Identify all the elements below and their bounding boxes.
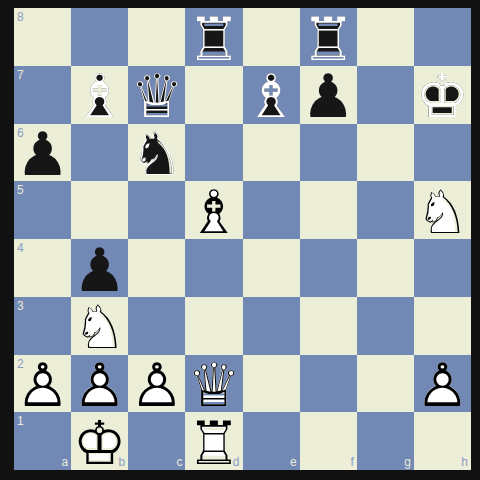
square-f5[interactable] xyxy=(300,181,357,239)
white-pawn-b2[interactable]: ♟♙ xyxy=(71,355,128,413)
piece-fill-glyph: ♟ xyxy=(16,355,70,415)
square-f7[interactable]: ♟ xyxy=(300,66,357,124)
file-label-g: g xyxy=(404,456,411,468)
rank-label-8: 8 xyxy=(17,11,24,23)
piece-fill-glyph: ♝ xyxy=(244,66,298,126)
piece-outline-glyph: ♕ xyxy=(130,66,184,126)
square-h4[interactable] xyxy=(414,239,471,297)
piece-outline-glyph: ♘ xyxy=(416,182,470,242)
white-rook-d1[interactable]: ♜♖ xyxy=(185,412,242,470)
white-king-b1[interactable]: ♚♔ xyxy=(71,412,128,470)
square-a6[interactable]: 6♟ xyxy=(14,124,71,182)
piece-fill-glyph: ♚ xyxy=(416,66,470,126)
piece-outline-glyph: ♕ xyxy=(187,355,241,415)
piece-outline-glyph: ♖ xyxy=(187,9,241,69)
square-e3[interactable] xyxy=(243,297,300,355)
rank-label-7: 7 xyxy=(17,69,24,81)
black-queen-c7[interactable]: ♛♕ xyxy=(128,66,185,124)
square-d7[interactable] xyxy=(185,66,242,124)
square-g7[interactable] xyxy=(357,66,414,124)
square-h3[interactable] xyxy=(414,297,471,355)
board-frame: 8♜♖♜♖7♝♗♛♕♝♗♟♚♔6♟♞♘5♝♗♞♘4♟3♞♘2♟♙♟♙♟♙♛♕♟♙… xyxy=(0,0,480,480)
square-d8[interactable]: ♜♖ xyxy=(185,8,242,66)
square-h8[interactable] xyxy=(414,8,471,66)
square-a1[interactable]: 1a xyxy=(14,412,71,470)
square-a3[interactable]: 3 xyxy=(14,297,71,355)
rank-label-4: 4 xyxy=(17,242,24,254)
square-h1[interactable]: h xyxy=(414,412,471,470)
piece-outline-glyph: ♗ xyxy=(187,182,241,242)
file-label-a: a xyxy=(61,456,68,468)
file-label-f: f xyxy=(350,456,353,468)
square-f6[interactable] xyxy=(300,124,357,182)
square-f2[interactable] xyxy=(300,355,357,413)
square-b2[interactable]: ♟♙ xyxy=(71,355,128,413)
square-c3[interactable] xyxy=(128,297,185,355)
square-e1[interactable]: e xyxy=(243,412,300,470)
square-d5[interactable]: ♝♗ xyxy=(185,181,242,239)
square-e4[interactable] xyxy=(243,239,300,297)
square-e2[interactable] xyxy=(243,355,300,413)
piece-fill-glyph: ♚ xyxy=(73,413,127,473)
piece-outline-glyph: ♔ xyxy=(416,66,470,126)
white-pawn-h2[interactable]: ♟♙ xyxy=(414,355,471,413)
black-pawn-a6[interactable]: ♟ xyxy=(14,124,71,182)
piece-fill-glyph: ♟ xyxy=(73,240,127,300)
square-g1[interactable]: g xyxy=(357,412,414,470)
piece-fill-glyph: ♝ xyxy=(187,182,241,242)
black-king-h7[interactable]: ♚♔ xyxy=(414,66,471,124)
piece-outline-glyph: ♖ xyxy=(187,413,241,473)
piece-fill-glyph: ♜ xyxy=(187,9,241,69)
square-b6[interactable] xyxy=(71,124,128,182)
square-a5[interactable]: 5 xyxy=(14,181,71,239)
file-label-e: e xyxy=(290,456,297,468)
file-label-h: h xyxy=(461,456,468,468)
piece-fill-glyph: ♟ xyxy=(73,355,127,415)
square-f1[interactable]: f xyxy=(300,412,357,470)
square-f4[interactable] xyxy=(300,239,357,297)
square-h7[interactable]: ♚♔ xyxy=(414,66,471,124)
square-d4[interactable] xyxy=(185,239,242,297)
square-b4[interactable]: ♟ xyxy=(71,239,128,297)
square-g6[interactable] xyxy=(357,124,414,182)
black-pawn-f7[interactable]: ♟ xyxy=(300,66,357,124)
white-knight-h5[interactable]: ♞♘ xyxy=(414,181,471,239)
square-c6[interactable]: ♞♘ xyxy=(128,124,185,182)
black-bishop-b7[interactable]: ♝♗ xyxy=(71,66,128,124)
black-pawn-b4[interactable]: ♟ xyxy=(71,239,128,297)
piece-outline-glyph: ♘ xyxy=(73,297,127,357)
square-e8[interactable] xyxy=(243,8,300,66)
square-a8[interactable]: 8 xyxy=(14,8,71,66)
white-knight-b3[interactable]: ♞♘ xyxy=(71,297,128,355)
square-a7[interactable]: 7 xyxy=(14,66,71,124)
square-g4[interactable] xyxy=(357,239,414,297)
square-c1[interactable]: c xyxy=(128,412,185,470)
piece-fill-glyph: ♛ xyxy=(187,355,241,415)
piece-fill-glyph: ♞ xyxy=(73,297,127,357)
square-f3[interactable] xyxy=(300,297,357,355)
piece-fill-glyph: ♟ xyxy=(301,66,355,126)
piece-outline-glyph: ♖ xyxy=(301,9,355,69)
rank-label-3: 3 xyxy=(17,300,24,312)
piece-fill-glyph: ♞ xyxy=(416,182,470,242)
square-g2[interactable] xyxy=(357,355,414,413)
square-a4[interactable]: 4 xyxy=(14,239,71,297)
piece-outline-glyph: ♗ xyxy=(73,66,127,126)
piece-outline-glyph: ♙ xyxy=(16,355,70,415)
file-label-c: c xyxy=(176,456,182,468)
square-g8[interactable] xyxy=(357,8,414,66)
square-d1[interactable]: d♜♖ xyxy=(185,412,242,470)
piece-outline-glyph: ♙ xyxy=(130,355,184,415)
piece-fill-glyph: ♝ xyxy=(73,66,127,126)
piece-fill-glyph: ♛ xyxy=(130,66,184,126)
square-b1[interactable]: b♚♔ xyxy=(71,412,128,470)
white-queen-d2[interactable]: ♛♕ xyxy=(185,355,242,413)
square-c5[interactable] xyxy=(128,181,185,239)
black-knight-c6[interactable]: ♞♘ xyxy=(128,124,185,182)
piece-fill-glyph: ♜ xyxy=(301,9,355,69)
square-b5[interactable] xyxy=(71,181,128,239)
square-a2[interactable]: 2♟♙ xyxy=(14,355,71,413)
square-b3[interactable]: ♞♘ xyxy=(71,297,128,355)
square-c7[interactable]: ♛♕ xyxy=(128,66,185,124)
piece-fill-glyph: ♟ xyxy=(130,355,184,415)
white-pawn-c2[interactable]: ♟♙ xyxy=(128,355,185,413)
black-rook-f8[interactable]: ♜♖ xyxy=(300,8,357,66)
square-d3[interactable] xyxy=(185,297,242,355)
black-bishop-e7[interactable]: ♝♗ xyxy=(243,66,300,124)
piece-outline-glyph: ♗ xyxy=(244,66,298,126)
white-bishop-d5[interactable]: ♝♗ xyxy=(185,181,242,239)
piece-fill-glyph: ♜ xyxy=(187,413,241,473)
square-e5[interactable] xyxy=(243,181,300,239)
square-c8[interactable] xyxy=(128,8,185,66)
piece-fill-glyph: ♞ xyxy=(130,124,184,184)
square-g3[interactable] xyxy=(357,297,414,355)
square-e6[interactable] xyxy=(243,124,300,182)
rank-label-1: 1 xyxy=(17,415,24,427)
square-g5[interactable] xyxy=(357,181,414,239)
square-h5[interactable]: ♞♘ xyxy=(414,181,471,239)
square-c2[interactable]: ♟♙ xyxy=(128,355,185,413)
piece-outline-glyph: ♙ xyxy=(73,355,127,415)
square-d2[interactable]: ♛♕ xyxy=(185,355,242,413)
square-h2[interactable]: ♟♙ xyxy=(414,355,471,413)
chess-board: 8♜♖♜♖7♝♗♛♕♝♗♟♚♔6♟♞♘5♝♗♞♘4♟3♞♘2♟♙♟♙♟♙♛♕♟♙… xyxy=(14,8,471,470)
piece-outline-glyph: ♘ xyxy=(130,124,184,184)
piece-fill-glyph: ♟ xyxy=(16,124,70,184)
square-h6[interactable] xyxy=(414,124,471,182)
piece-outline-glyph: ♔ xyxy=(73,413,127,473)
black-rook-d8[interactable]: ♜♖ xyxy=(185,8,242,66)
white-pawn-a2[interactable]: ♟♙ xyxy=(14,355,71,413)
square-c4[interactable] xyxy=(128,239,185,297)
square-d6[interactable] xyxy=(185,124,242,182)
square-b7[interactable]: ♝♗ xyxy=(71,66,128,124)
rank-label-5: 5 xyxy=(17,184,24,196)
piece-outline-glyph: ♙ xyxy=(416,355,470,415)
square-e7[interactable]: ♝♗ xyxy=(243,66,300,124)
square-f8[interactable]: ♜♖ xyxy=(300,8,357,66)
piece-fill-glyph: ♟ xyxy=(416,355,470,415)
square-b8[interactable] xyxy=(71,8,128,66)
